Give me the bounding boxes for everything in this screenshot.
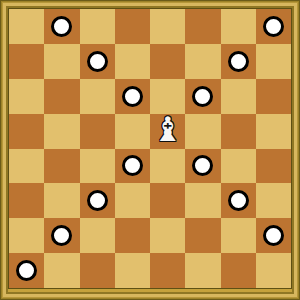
- square-g5[interactable]: [221, 114, 256, 149]
- move-target-marker-h8[interactable]: [263, 16, 284, 37]
- square-g2[interactable]: [221, 218, 256, 253]
- move-target-marker-g7[interactable]: [228, 51, 249, 72]
- square-c3[interactable]: [80, 183, 115, 218]
- square-h5[interactable]: [256, 114, 291, 149]
- square-e2[interactable]: [150, 218, 185, 253]
- square-f4[interactable]: [185, 149, 220, 184]
- square-f2[interactable]: [185, 218, 220, 253]
- square-h2[interactable]: [256, 218, 291, 253]
- square-f3[interactable]: [185, 183, 220, 218]
- square-b4[interactable]: [44, 149, 79, 184]
- square-b3[interactable]: [44, 183, 79, 218]
- move-target-marker-g3[interactable]: [228, 190, 249, 211]
- square-c2[interactable]: [80, 218, 115, 253]
- square-b5[interactable]: [44, 114, 79, 149]
- square-d1[interactable]: [115, 253, 150, 288]
- move-target-marker-c3[interactable]: [87, 190, 108, 211]
- square-h7[interactable]: [256, 44, 291, 79]
- square-h4[interactable]: [256, 149, 291, 184]
- move-target-marker-b8[interactable]: [51, 16, 72, 37]
- square-d4[interactable]: [115, 149, 150, 184]
- square-d8[interactable]: [115, 9, 150, 44]
- square-a4[interactable]: [9, 149, 44, 184]
- square-b8[interactable]: [44, 9, 79, 44]
- square-d2[interactable]: [115, 218, 150, 253]
- square-f6[interactable]: [185, 79, 220, 114]
- square-c5[interactable]: [80, 114, 115, 149]
- square-b1[interactable]: [44, 253, 79, 288]
- square-e8[interactable]: [150, 9, 185, 44]
- square-a7[interactable]: [9, 44, 44, 79]
- square-c7[interactable]: [80, 44, 115, 79]
- square-a5[interactable]: [9, 114, 44, 149]
- square-b2[interactable]: [44, 218, 79, 253]
- square-c6[interactable]: [80, 79, 115, 114]
- square-d7[interactable]: [115, 44, 150, 79]
- square-e3[interactable]: [150, 183, 185, 218]
- square-g3[interactable]: [221, 183, 256, 218]
- square-c1[interactable]: [80, 253, 115, 288]
- square-h3[interactable]: [256, 183, 291, 218]
- move-target-marker-f4[interactable]: [192, 155, 213, 176]
- move-target-marker-b2[interactable]: [51, 225, 72, 246]
- square-d6[interactable]: [115, 79, 150, 114]
- square-d5[interactable]: [115, 114, 150, 149]
- square-a3[interactable]: [9, 183, 44, 218]
- move-target-marker-f6[interactable]: [192, 86, 213, 107]
- square-g7[interactable]: [221, 44, 256, 79]
- square-e1[interactable]: [150, 253, 185, 288]
- square-b7[interactable]: [44, 44, 79, 79]
- square-g1[interactable]: [221, 253, 256, 288]
- move-target-marker-h2[interactable]: [263, 225, 284, 246]
- square-a8[interactable]: [9, 9, 44, 44]
- square-f1[interactable]: [185, 253, 220, 288]
- square-c4[interactable]: [80, 149, 115, 184]
- move-target-marker-c7[interactable]: [87, 51, 108, 72]
- square-a2[interactable]: [9, 218, 44, 253]
- square-a1[interactable]: [9, 253, 44, 288]
- board: ♝: [9, 9, 291, 288]
- square-d3[interactable]: [115, 183, 150, 218]
- square-b6[interactable]: [44, 79, 79, 114]
- square-h8[interactable]: [256, 9, 291, 44]
- square-a6[interactable]: [9, 79, 44, 114]
- board-frame: ♝: [0, 0, 300, 300]
- move-target-marker-d6[interactable]: [122, 86, 143, 107]
- square-c8[interactable]: [80, 9, 115, 44]
- square-e5[interactable]: ♝: [150, 114, 185, 149]
- square-g8[interactable]: [221, 9, 256, 44]
- square-f8[interactable]: [185, 9, 220, 44]
- square-h6[interactable]: [256, 79, 291, 114]
- square-g6[interactable]: [221, 79, 256, 114]
- square-e4[interactable]: [150, 149, 185, 184]
- square-e7[interactable]: [150, 44, 185, 79]
- move-target-marker-a1[interactable]: [16, 260, 37, 281]
- move-target-marker-d4[interactable]: [122, 155, 143, 176]
- square-g4[interactable]: [221, 149, 256, 184]
- square-h1[interactable]: [256, 253, 291, 288]
- square-f7[interactable]: [185, 44, 220, 79]
- white-bishop[interactable]: ♝: [152, 112, 182, 146]
- square-f5[interactable]: [185, 114, 220, 149]
